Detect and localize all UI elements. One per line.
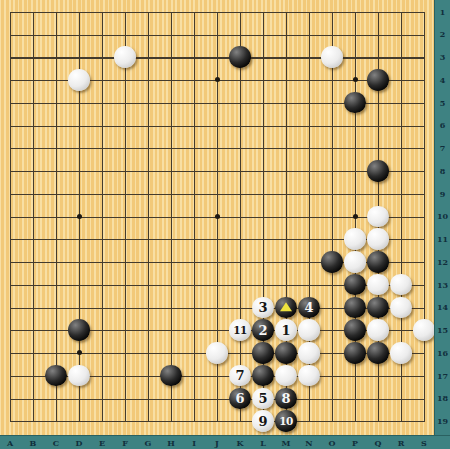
row-label-8: 8 <box>435 159 450 182</box>
stone-white-L19: 9 <box>252 410 274 432</box>
stone-white-D17 <box>68 365 90 387</box>
stone-white-L18: 5 <box>252 388 274 410</box>
stone-black-Q4 <box>367 69 389 91</box>
move-number: 1 <box>275 319 297 341</box>
stone-white-N17 <box>298 365 320 387</box>
stone-black-K18: 6 <box>229 388 251 410</box>
stone-black-L16 <box>252 342 274 364</box>
row-label-12: 12 <box>435 250 450 273</box>
row-label-5: 5 <box>435 91 450 114</box>
move-number: 3 <box>252 297 274 319</box>
stone-white-Q11 <box>367 228 389 250</box>
move-number: 6 <box>229 388 251 410</box>
row-label-13: 13 <box>435 273 450 296</box>
stone-white-N15 <box>298 319 320 341</box>
go-board-diagram: 3411217658910 12345678910111213141516171… <box>0 0 450 449</box>
stone-black-N14: 4 <box>298 297 320 319</box>
move-number: 10 <box>275 410 297 432</box>
stone-black-O12 <box>321 251 343 273</box>
stone-black-Q12 <box>367 251 389 273</box>
stone-white-K17: 7 <box>229 365 251 387</box>
col-label-E: E <box>91 436 114 449</box>
col-label-O: O <box>321 436 344 449</box>
col-label-M: M <box>275 436 298 449</box>
stone-black-C17 <box>45 365 67 387</box>
stone-white-P12 <box>344 251 366 273</box>
stone-white-M15: 1 <box>275 319 297 341</box>
stone-black-D15 <box>68 319 90 341</box>
stone-white-D4 <box>68 69 90 91</box>
stone-black-M14 <box>275 297 297 319</box>
row-labels-strip: 12345678910111213141516171819 <box>434 0 450 449</box>
stone-white-R14 <box>390 297 412 319</box>
col-label-L: L <box>252 436 275 449</box>
move-number: 11 <box>229 319 251 341</box>
stone-black-Q14 <box>367 297 389 319</box>
stone-white-O3 <box>321 46 343 68</box>
stone-black-P5 <box>344 92 366 114</box>
stone-white-Q10 <box>367 206 389 228</box>
move-number: 8 <box>275 388 297 410</box>
stone-white-P11 <box>344 228 366 250</box>
row-label-3: 3 <box>435 46 450 69</box>
row-label-17: 17 <box>435 364 450 387</box>
row-label-4: 4 <box>435 68 450 91</box>
col-label-K: K <box>229 436 252 449</box>
stone-white-F3 <box>114 46 136 68</box>
col-label-N: N <box>298 436 321 449</box>
stone-black-P16 <box>344 342 366 364</box>
move-number: 9 <box>252 410 274 432</box>
stone-black-Q16 <box>367 342 389 364</box>
stone-black-M18: 8 <box>275 388 297 410</box>
col-label-Q: Q <box>367 436 390 449</box>
row-label-9: 9 <box>435 182 450 205</box>
row-label-16: 16 <box>435 341 450 364</box>
col-label-R: R <box>390 436 413 449</box>
row-label-19: 19 <box>435 410 450 433</box>
stone-black-K3 <box>229 46 251 68</box>
col-label-P: P <box>344 436 367 449</box>
col-label-I: I <box>183 436 206 449</box>
col-label-F: F <box>114 436 137 449</box>
row-label-2: 2 <box>435 23 450 46</box>
col-label-B: B <box>22 436 45 449</box>
stone-black-H17 <box>160 365 182 387</box>
stone-white-L14: 3 <box>252 297 274 319</box>
col-label-S: S <box>413 436 436 449</box>
move-number: 5 <box>252 388 274 410</box>
col-label-G: G <box>137 436 160 449</box>
stone-black-P14 <box>344 297 366 319</box>
row-label-1: 1 <box>435 0 450 23</box>
stone-white-Q15 <box>367 319 389 341</box>
stone-white-R16 <box>390 342 412 364</box>
move-number: 2 <box>252 319 274 341</box>
stone-white-K15: 11 <box>229 319 251 341</box>
move-number: 4 <box>298 297 320 319</box>
stone-white-R13 <box>390 274 412 296</box>
row-label-7: 7 <box>435 137 450 160</box>
row-label-14: 14 <box>435 296 450 319</box>
stone-white-J16 <box>206 342 228 364</box>
stone-white-N16 <box>298 342 320 364</box>
stone-white-S15 <box>413 319 435 341</box>
stone-black-L15: 2 <box>252 319 274 341</box>
stone-black-Q8 <box>367 160 389 182</box>
move-number: 7 <box>229 365 251 387</box>
stone-black-P15 <box>344 319 366 341</box>
col-label-A: A <box>0 436 22 449</box>
stone-white-Q13 <box>367 274 389 296</box>
stone-white-M17 <box>275 365 297 387</box>
stone-black-M19: 10 <box>275 410 297 432</box>
row-label-11: 11 <box>435 228 450 251</box>
stone-black-P13 <box>344 274 366 296</box>
row-label-15: 15 <box>435 319 450 342</box>
row-label-6: 6 <box>435 114 450 137</box>
stone-black-M16 <box>275 342 297 364</box>
col-label-H: H <box>160 436 183 449</box>
col-label-J: J <box>206 436 229 449</box>
stone-black-L17 <box>252 365 274 387</box>
row-label-18: 18 <box>435 387 450 410</box>
row-label-10: 10 <box>435 205 450 228</box>
col-label-C: C <box>45 436 68 449</box>
stones-layer: 3411217658910 <box>0 0 436 432</box>
triangle-marker <box>280 302 292 311</box>
column-labels: ABCDEFGHIJKLMNOPQRS <box>0 436 436 449</box>
col-label-D: D <box>68 436 91 449</box>
